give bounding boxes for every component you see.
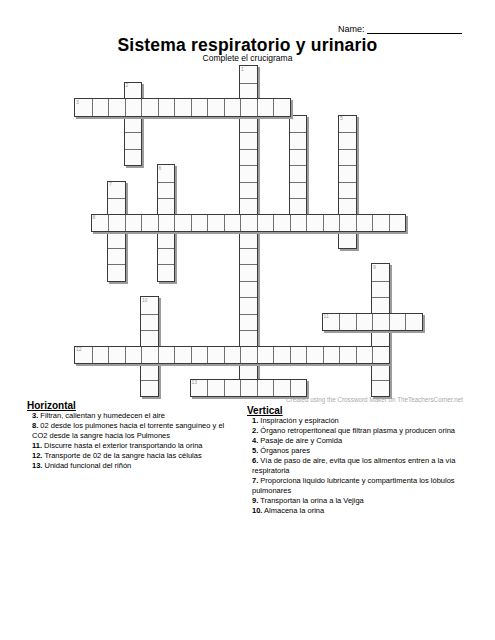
grid-cell[interactable] (372, 215, 389, 232)
cell-number: 9 (373, 265, 376, 270)
grid-cell[interactable] (372, 314, 389, 331)
grid-cell[interactable] (224, 215, 241, 232)
clue-number: 11. (32, 441, 42, 450)
word-11-across: 11 (322, 313, 423, 332)
grid-cell[interactable] (339, 314, 356, 331)
grid-cell[interactable] (323, 215, 340, 232)
grid-cell[interactable] (372, 281, 389, 298)
cell-number: 4 (291, 116, 294, 121)
down-clues-list: 1. Inspiración y espiración2. Órgano ret… (247, 416, 464, 516)
grid-cell[interactable] (240, 363, 257, 380)
grid-cell[interactable] (224, 347, 241, 364)
grid-cell[interactable] (389, 215, 406, 232)
grid-cell[interactable] (389, 314, 406, 331)
across-clues-section: Horizontal 3. Filtran, calientan y humed… (27, 400, 240, 471)
grid-cell[interactable] (240, 281, 257, 298)
grid-cell[interactable] (339, 231, 356, 248)
grid-cell[interactable] (356, 314, 373, 331)
grid-cell[interactable]: 13 (191, 380, 208, 397)
grid-cell[interactable] (141, 380, 158, 397)
grid-cell[interactable] (290, 149, 307, 166)
clue-number: 9. (252, 496, 258, 505)
grid-cell[interactable] (339, 198, 356, 215)
grid-cell[interactable] (224, 380, 241, 397)
grid-cell[interactable] (125, 215, 142, 232)
grid-cell[interactable] (158, 231, 175, 248)
grid-cell[interactable] (257, 99, 274, 116)
grid-cell[interactable] (240, 215, 257, 232)
across-clues-header: Horizontal (27, 400, 240, 411)
grid-cell[interactable] (108, 264, 125, 281)
grid-cell[interactable]: 11 (323, 314, 340, 331)
grid-cell[interactable] (306, 215, 323, 232)
clue-number: 10. (252, 506, 262, 515)
grid-cell[interactable] (141, 363, 158, 380)
grid-cell[interactable] (240, 314, 257, 331)
down-clue-2: 2. Órgano retroperitoneal que filtran pl… (247, 426, 464, 436)
grid-cell[interactable] (290, 182, 307, 199)
cell-number: 10 (142, 298, 148, 303)
grid-cell[interactable] (108, 215, 125, 232)
grid-cell[interactable] (191, 215, 208, 232)
across-clue-11: 11. Discurre hasta el exterior transport… (27, 441, 240, 451)
grid-cell[interactable] (141, 314, 158, 331)
cell-number: 2 (126, 83, 129, 88)
clue-number: 4. (252, 436, 258, 445)
down-clue-10: 10. Almacena la orina (247, 506, 464, 516)
grid-cell[interactable] (240, 182, 257, 199)
grid-cell[interactable] (92, 99, 109, 116)
across-clue-13: 13. Unidad funcional del riñón (27, 461, 240, 471)
grid-cell[interactable]: 1 (240, 66, 257, 83)
grid-cell[interactable] (141, 215, 158, 232)
grid-cell[interactable] (174, 215, 191, 232)
grid-cell[interactable] (339, 165, 356, 182)
worksheet-page: Name: Sistema respiratorio y urinario Co… (0, 0, 495, 640)
grid-cell[interactable] (174, 99, 191, 116)
grid-cell[interactable] (339, 347, 356, 364)
grid-cell[interactable] (273, 347, 290, 364)
grid-cell[interactable] (240, 165, 257, 182)
grid-cell[interactable] (174, 347, 191, 364)
grid-cell[interactable]: 6 (158, 165, 175, 182)
grid-cell[interactable] (273, 99, 290, 116)
crossword-grid: 12456791038111213 (74, 65, 422, 396)
grid-cell[interactable] (207, 99, 224, 116)
grid-cell[interactable] (158, 215, 175, 232)
grid-cell[interactable]: 5 (339, 116, 356, 133)
grid-cell[interactable] (141, 330, 158, 347)
grid-cell[interactable] (356, 347, 373, 364)
across-clues-list: 3. Filtran, calientan y humedecen el air… (27, 411, 240, 471)
down-clue-1: 1. Inspiración y espiración (247, 416, 464, 426)
grid-cell[interactable] (257, 380, 274, 397)
grid-cell[interactable] (273, 215, 290, 232)
grid-cell[interactable] (339, 132, 356, 149)
grid-cell[interactable] (141, 99, 158, 116)
grid-cell[interactable]: 4 (290, 116, 307, 133)
grid-cell[interactable] (224, 99, 241, 116)
grid-cell[interactable] (273, 380, 290, 397)
clue-number: 12. (32, 451, 42, 460)
grid-cell[interactable] (158, 248, 175, 265)
down-clue-4: 4. Pasaje de aire y Comida (247, 436, 464, 446)
grid-cell[interactable] (108, 347, 125, 364)
grid-cell[interactable] (240, 116, 257, 133)
grid-cell[interactable] (339, 182, 356, 199)
grid-cell[interactable]: 2 (125, 83, 142, 100)
grid-cell[interactable] (372, 347, 389, 364)
grid-cell[interactable] (240, 264, 257, 281)
grid-cell[interactable] (290, 198, 307, 215)
name-row: Name: (338, 24, 462, 34)
grid-cell[interactable] (240, 198, 257, 215)
clue-number: 5. (252, 446, 258, 455)
word-12-across: 12 (74, 346, 390, 365)
cell-number: 1 (241, 67, 244, 72)
across-clue-12: 12. Transporte de 02 de la sangre hacia … (27, 451, 240, 461)
down-clues-section: Vertical 1. Inspiración y espiración2. Ó… (247, 405, 464, 516)
cell-number: 5 (340, 116, 343, 121)
grid-cell[interactable]: 12 (75, 347, 92, 364)
grid-cell[interactable] (207, 347, 224, 364)
cell-number: 7 (109, 182, 112, 187)
grid-cell[interactable] (125, 99, 142, 116)
grid-cell[interactable] (240, 99, 257, 116)
grid-cell[interactable] (372, 363, 389, 380)
word-8-across: 8 (91, 214, 407, 233)
grid-cell[interactable] (240, 330, 257, 347)
cell-number: 6 (159, 166, 162, 171)
clue-number: 8. (32, 421, 38, 430)
grid-cell[interactable] (240, 297, 257, 314)
grid-cell[interactable] (207, 380, 224, 397)
word-2-down: 2 (124, 82, 143, 167)
grid-cell[interactable] (372, 330, 389, 347)
cell-number: 3 (76, 100, 79, 105)
cell-number: 13 (192, 380, 198, 385)
grid-cell[interactable]: 7 (108, 182, 125, 199)
grid-cell[interactable] (240, 132, 257, 149)
grid-cell[interactable] (339, 215, 356, 232)
grid-cell[interactable] (191, 347, 208, 364)
down-clue-6: 6. Vía de paso de aire, evita que los al… (247, 456, 464, 476)
grid-cell[interactable] (240, 347, 257, 364)
grid-cell[interactable] (405, 314, 422, 331)
clue-number: 7. (252, 476, 258, 485)
grid-cell[interactable] (158, 264, 175, 281)
grid-cell[interactable] (125, 347, 142, 364)
grid-cell[interactable] (240, 83, 257, 100)
grid-cell[interactable] (191, 99, 208, 116)
clue-number: 1. (252, 416, 258, 425)
grid-cell[interactable] (356, 215, 373, 232)
grid-cell[interactable] (125, 132, 142, 149)
grid-cell[interactable]: 3 (75, 99, 92, 116)
across-clue-8: 8. 02 desde los pulmones hacia el torren… (27, 421, 240, 441)
clue-number: 2. (252, 426, 258, 435)
grid-cell[interactable] (108, 99, 125, 116)
clue-number: 3. (32, 411, 38, 420)
grid-cell[interactable]: 10 (141, 297, 158, 314)
grid-cell[interactable] (290, 380, 307, 397)
grid-cell[interactable] (108, 248, 125, 265)
page-subtitle: Complete el crucigrama (0, 53, 495, 63)
credit-line: Created using the Crossword Maker on The… (286, 396, 463, 403)
grid-cell[interactable] (323, 347, 340, 364)
grid-cell[interactable] (125, 116, 142, 133)
down-clue-5: 5. Órganos pares (247, 446, 464, 456)
grid-cell[interactable] (158, 182, 175, 199)
grid-cell[interactable] (290, 347, 307, 364)
name-blank-line[interactable] (367, 24, 462, 34)
grid-cell[interactable]: 9 (372, 264, 389, 281)
grid-cell[interactable] (158, 198, 175, 215)
grid-cell[interactable] (290, 132, 307, 149)
grid-cell[interactable] (240, 149, 257, 166)
grid-cell[interactable] (141, 347, 158, 364)
grid-cell[interactable] (372, 380, 389, 397)
grid-cell[interactable] (158, 99, 175, 116)
across-clue-3: 3. Filtran, calientan y humedecen el air… (27, 411, 240, 421)
name-label: Name: (338, 24, 365, 34)
grid-cell[interactable] (290, 165, 307, 182)
cell-number: 12 (76, 347, 82, 352)
grid-cell[interactable] (92, 347, 109, 364)
grid-cell[interactable] (108, 231, 125, 248)
grid-cell[interactable] (306, 347, 323, 364)
grid-cell[interactable] (207, 215, 224, 232)
grid-cell[interactable] (108, 198, 125, 215)
cell-number: 8 (93, 215, 96, 220)
grid-cell[interactable] (257, 347, 274, 364)
down-clue-9: 9. Transportan la orina a la Vejiga (247, 496, 464, 506)
grid-cell[interactable]: 8 (92, 215, 109, 232)
clue-number: 6. (252, 456, 258, 465)
grid-cell[interactable] (240, 248, 257, 265)
grid-cell[interactable] (290, 215, 307, 232)
grid-cell[interactable] (257, 215, 274, 232)
down-clues-header: Vertical (247, 405, 464, 416)
grid-cell[interactable] (240, 380, 257, 397)
grid-cell[interactable] (339, 149, 356, 166)
grid-cell[interactable] (240, 231, 257, 248)
grid-cell[interactable] (372, 297, 389, 314)
grid-cell[interactable] (125, 149, 142, 166)
clue-number: 13. (32, 461, 42, 470)
down-clue-7: 7. Proporciona líquido lubricante y comp… (247, 476, 464, 496)
word-13-across: 13 (190, 379, 308, 398)
grid-cell[interactable] (158, 347, 175, 364)
cell-number: 11 (324, 314, 329, 319)
word-3-across: 3 (74, 98, 291, 117)
